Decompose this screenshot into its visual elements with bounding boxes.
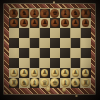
square-f1[interactable]: ♝ <box>60 78 70 87</box>
piece-white-pawn[interactable]: ♟ <box>20 69 28 77</box>
square-b5[interactable] <box>19 38 29 47</box>
square-b3[interactable] <box>19 58 29 67</box>
piece-black-rook[interactable]: ♜ <box>9 9 18 18</box>
square-g2[interactable]: ♟ <box>71 68 81 77</box>
square-f3[interactable] <box>60 58 70 67</box>
piece-black-pawn[interactable]: ♟ <box>41 19 49 27</box>
rim-glint <box>53 1 56 4</box>
square-e3[interactable] <box>50 58 60 67</box>
piece-black-pawn[interactable]: ♟ <box>72 19 80 27</box>
square-a1[interactable]: ♜ <box>9 78 19 87</box>
square-c8[interactable]: ♝ <box>30 9 40 18</box>
piece-black-pawn[interactable]: ♟ <box>82 19 90 27</box>
square-h2[interactable]: ♟ <box>81 68 91 77</box>
square-e8[interactable]: ♚ <box>50 9 60 18</box>
chess-board-photo: ♜♞♝♛♚♝♞♜♟♟♟♟♟♟♟♟♟♟♟♟♟♟♟♟♜♞♝♛♚♝♞♜ <box>0 0 100 100</box>
square-c6[interactable] <box>30 28 40 37</box>
square-a2[interactable]: ♟ <box>9 68 19 77</box>
square-d3[interactable] <box>40 58 50 67</box>
square-b4[interactable] <box>19 48 29 57</box>
square-h6[interactable] <box>81 28 91 37</box>
piece-black-bishop[interactable]: ♝ <box>30 9 39 18</box>
square-f8[interactable]: ♝ <box>60 9 70 18</box>
piece-black-queen[interactable]: ♛ <box>40 9 49 18</box>
piece-white-bishop[interactable]: ♝ <box>61 78 70 87</box>
square-b2[interactable]: ♟ <box>19 68 29 77</box>
piece-black-pawn[interactable]: ♟ <box>51 19 59 27</box>
square-d6[interactable] <box>40 28 50 37</box>
piece-black-pawn[interactable]: ♟ <box>61 19 69 27</box>
piece-black-king[interactable]: ♚ <box>50 9 59 18</box>
square-g6[interactable] <box>71 28 81 37</box>
square-f7[interactable]: ♟ <box>60 18 70 27</box>
square-g3[interactable] <box>71 58 81 67</box>
chess-board[interactable]: ♜♞♝♛♚♝♞♜♟♟♟♟♟♟♟♟♟♟♟♟♟♟♟♟♜♞♝♛♚♝♞♜ <box>9 8 92 88</box>
square-b8[interactable]: ♞ <box>19 9 29 18</box>
piece-black-knight[interactable]: ♞ <box>71 9 80 18</box>
square-b7[interactable]: ♟ <box>19 18 29 27</box>
piece-white-pawn[interactable]: ♟ <box>82 69 90 77</box>
square-c2[interactable]: ♟ <box>30 68 40 77</box>
square-h5[interactable] <box>81 38 91 47</box>
square-e1[interactable]: ♚ <box>50 78 60 87</box>
square-c1[interactable]: ♝ <box>30 78 40 87</box>
piece-white-knight[interactable]: ♞ <box>71 78 80 87</box>
piece-white-pawn[interactable]: ♟ <box>31 69 39 77</box>
square-e6[interactable] <box>50 28 60 37</box>
piece-white-rook[interactable]: ♜ <box>81 78 90 87</box>
piece-white-bishop[interactable]: ♝ <box>30 78 39 87</box>
square-d4[interactable] <box>40 48 50 57</box>
square-a3[interactable] <box>9 58 19 67</box>
square-g5[interactable] <box>71 38 81 47</box>
square-e2[interactable]: ♟ <box>50 68 60 77</box>
square-d8[interactable]: ♛ <box>40 9 50 18</box>
square-b6[interactable] <box>19 28 29 37</box>
square-a4[interactable] <box>9 48 19 57</box>
square-g1[interactable]: ♞ <box>71 78 81 87</box>
square-c3[interactable] <box>30 58 40 67</box>
piece-white-pawn[interactable]: ♟ <box>51 69 59 77</box>
square-c7[interactable]: ♟ <box>30 18 40 27</box>
rim-glint <box>46 86 50 92</box>
square-d5[interactable] <box>40 38 50 47</box>
square-c4[interactable] <box>30 48 40 57</box>
square-a6[interactable] <box>9 28 19 37</box>
square-h1[interactable]: ♜ <box>81 78 91 87</box>
square-d2[interactable]: ♟ <box>40 68 50 77</box>
piece-white-king[interactable]: ♚ <box>50 78 59 87</box>
square-c5[interactable] <box>30 38 40 47</box>
square-e5[interactable] <box>50 38 60 47</box>
piece-white-rook[interactable]: ♜ <box>9 78 18 87</box>
square-f6[interactable] <box>60 28 70 37</box>
square-b1[interactable]: ♞ <box>19 78 29 87</box>
piece-black-pawn[interactable]: ♟ <box>20 19 28 27</box>
square-f4[interactable] <box>60 48 70 57</box>
piece-white-pawn[interactable]: ♟ <box>72 69 80 77</box>
square-f2[interactable]: ♟ <box>60 68 70 77</box>
square-g4[interactable] <box>71 48 81 57</box>
square-a5[interactable] <box>9 38 19 47</box>
piece-black-bishop[interactable]: ♝ <box>61 9 70 18</box>
square-e7[interactable]: ♟ <box>50 18 60 27</box>
piece-white-pawn[interactable]: ♟ <box>41 69 49 77</box>
square-a7[interactable]: ♟ <box>9 18 19 27</box>
piece-black-knight[interactable]: ♞ <box>20 9 29 18</box>
rim-glint <box>62 87 67 92</box>
square-e4[interactable] <box>50 48 60 57</box>
piece-white-pawn[interactable]: ♟ <box>10 69 18 77</box>
square-h7[interactable]: ♟ <box>81 18 91 27</box>
piece-black-rook[interactable]: ♜ <box>81 9 90 18</box>
square-g8[interactable]: ♞ <box>71 9 81 18</box>
square-g7[interactable]: ♟ <box>71 18 81 27</box>
piece-white-knight[interactable]: ♞ <box>20 78 29 87</box>
piece-black-pawn[interactable]: ♟ <box>10 19 18 27</box>
square-d7[interactable]: ♟ <box>40 18 50 27</box>
square-h4[interactable] <box>81 48 91 57</box>
square-a8[interactable]: ♜ <box>9 9 19 18</box>
rim-glint <box>75 95 78 97</box>
square-h8[interactable]: ♜ <box>81 9 91 18</box>
square-h3[interactable] <box>81 58 91 67</box>
piece-white-pawn[interactable]: ♟ <box>61 69 69 77</box>
square-f5[interactable] <box>60 38 70 47</box>
piece-black-pawn[interactable]: ♟ <box>31 19 39 27</box>
